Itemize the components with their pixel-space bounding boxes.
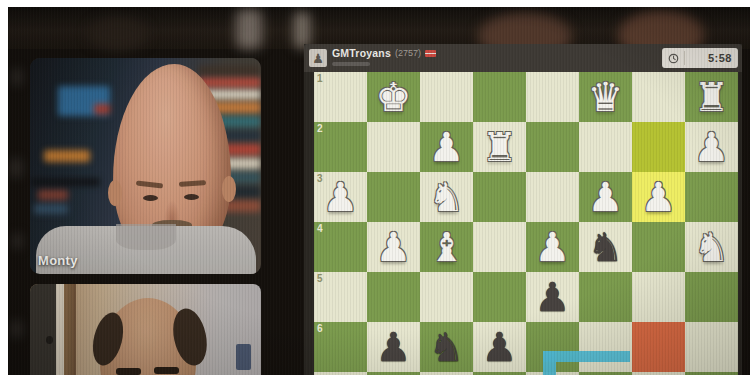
square-c3[interactable]: ♟ — [579, 172, 632, 222]
square-d6[interactable] — [526, 322, 579, 372]
wall-plate — [236, 344, 251, 370]
white-knight[interactable]: ♞ — [420, 172, 473, 222]
rank-label-4: 4 — [317, 223, 323, 234]
participant-name-label: Monty — [38, 253, 78, 268]
square-h3[interactable]: 3♟ — [314, 172, 367, 222]
square-c6[interactable] — [579, 322, 632, 372]
rank-label-6: 6 — [317, 323, 323, 334]
white-pawn[interactable]: ♟ — [579, 172, 632, 222]
player-avatar[interactable]: ♟ — [309, 49, 327, 67]
white-queen[interactable]: ♛ — [579, 72, 632, 122]
square-c5[interactable] — [579, 272, 632, 322]
white-knight[interactable]: ♞ — [685, 222, 738, 272]
black-pawn[interactable]: ♟ — [367, 322, 420, 372]
square-c4[interactable]: ♞ — [579, 222, 632, 272]
square-h5[interactable]: 5 — [314, 272, 367, 322]
white-rook[interactable]: ♜ — [685, 72, 738, 122]
white-bishop[interactable]: ♝ — [420, 222, 473, 272]
square-g1[interactable]: ♚ — [367, 72, 420, 122]
square-g4[interactable]: ♟ — [367, 222, 420, 272]
rank-label-2: 2 — [317, 123, 323, 134]
opponent-clock: 5:58 — [662, 48, 738, 68]
white-king[interactable]: ♚ — [367, 72, 420, 122]
eyebrow — [136, 180, 163, 188]
square-e3[interactable] — [473, 172, 526, 222]
square-d5[interactable]: ♟ — [526, 272, 579, 322]
square-a3[interactable] — [685, 172, 738, 222]
white-pawn[interactable]: ♟ — [685, 122, 738, 172]
square-g6[interactable]: ♟ — [367, 322, 420, 372]
square-a6[interactable] — [685, 322, 738, 372]
square-e2[interactable]: ♜ — [473, 122, 526, 172]
square-h6[interactable]: 6 — [314, 322, 367, 372]
player-name[interactable]: GMTroyans — [332, 47, 391, 59]
ear — [108, 180, 122, 206]
screen-photo: Monty ♟ GMTroyans (2757) — [8, 7, 750, 375]
square-e6[interactable]: ♟ — [473, 322, 526, 372]
square-d3[interactable] — [526, 172, 579, 222]
rank-label-5: 5 — [317, 273, 323, 284]
door-frame — [64, 284, 76, 375]
square-g3[interactable] — [367, 172, 420, 222]
white-pawn[interactable]: ♟ — [420, 122, 473, 172]
rank-label-1: 1 — [317, 73, 323, 84]
square-h4[interactable]: 4 — [314, 222, 367, 272]
bokeh-blob — [10, 67, 24, 87]
square-d4[interactable]: ♟ — [526, 222, 579, 272]
bokeh-blob — [11, 232, 24, 250]
blurred-room-background — [8, 7, 750, 49]
square-h2[interactable]: 2 — [314, 122, 367, 172]
door-knob — [46, 336, 53, 344]
square-c1[interactable]: ♛ — [579, 72, 632, 122]
white-pawn[interactable]: ♟ — [632, 172, 685, 222]
white-pawn[interactable]: ♟ — [526, 222, 579, 272]
door-edge — [56, 284, 64, 375]
square-a4[interactable]: ♞ — [685, 222, 738, 272]
chess-board[interactable]: 1♚♛♜2♟♜♟3♟♞♟♟4♟♝♟♞♞5♟6♟♞♟ — [314, 72, 738, 375]
square-e4[interactable] — [473, 222, 526, 272]
hoodie-collar — [116, 224, 176, 250]
square-b4[interactable] — [632, 222, 685, 272]
square-d1[interactable] — [526, 72, 579, 122]
square-f6[interactable]: ♞ — [420, 322, 473, 372]
square-f4[interactable]: ♝ — [420, 222, 473, 272]
square-d2[interactable] — [526, 122, 579, 172]
square-h1[interactable]: 1 — [314, 72, 367, 122]
square-b6[interactable] — [632, 322, 685, 372]
square-a2[interactable]: ♟ — [685, 122, 738, 172]
video-tile-second-participant[interactable] — [30, 284, 261, 375]
square-b2[interactable] — [632, 122, 685, 172]
square-f2[interactable]: ♟ — [420, 122, 473, 172]
ear — [222, 176, 236, 202]
square-b1[interactable] — [632, 72, 685, 122]
captured-pieces-blur — [332, 62, 370, 66]
square-b5[interactable] — [632, 272, 685, 322]
black-pawn[interactable]: ♟ — [473, 322, 526, 372]
square-e5[interactable] — [473, 272, 526, 322]
clock-time: 5:58 — [685, 52, 738, 64]
black-pawn[interactable]: ♟ — [526, 272, 579, 322]
eyebrow — [154, 367, 179, 374]
square-a1[interactable]: ♜ — [685, 72, 738, 122]
black-knight[interactable]: ♞ — [579, 222, 632, 272]
square-f3[interactable]: ♞ — [420, 172, 473, 222]
timer-icon — [662, 53, 684, 64]
square-e1[interactable] — [473, 72, 526, 122]
square-a5[interactable] — [685, 272, 738, 322]
eyebrow — [116, 368, 141, 375]
white-pawn[interactable]: ♟ — [314, 172, 367, 222]
bokeh-blob — [8, 157, 24, 179]
white-rook[interactable]: ♜ — [473, 122, 526, 172]
dark-door — [30, 284, 56, 375]
country-flag-icon — [425, 50, 436, 57]
chess-app-window: ♟ GMTroyans (2757) 5:58 1♚♛♜2♟♜♟3♟♞♟♟4♟♝… — [304, 44, 742, 375]
square-f1[interactable] — [420, 72, 473, 122]
black-knight[interactable]: ♞ — [420, 322, 473, 372]
player-bar: ♟ GMTroyans (2757) 5:58 — [304, 44, 742, 72]
square-f5[interactable] — [420, 272, 473, 322]
eyebrow — [179, 180, 206, 187]
video-tile-monty[interactable]: Monty — [30, 58, 261, 274]
white-pawn[interactable]: ♟ — [367, 222, 420, 272]
square-g2[interactable] — [367, 122, 420, 172]
eye — [143, 195, 158, 201]
bokeh-blob — [9, 319, 24, 339]
player-rating: (2757) — [395, 48, 421, 58]
eye — [184, 194, 199, 200]
square-g5[interactable] — [367, 272, 420, 322]
square-c2[interactable] — [579, 122, 632, 172]
square-b3[interactable]: ♟ — [632, 172, 685, 222]
